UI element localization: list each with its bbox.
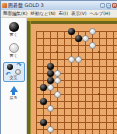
stone-black[interactable] bbox=[47, 77, 54, 84]
undo-label: 戻る bbox=[9, 95, 17, 100]
stone-white[interactable] bbox=[89, 42, 96, 49]
hoshi-point bbox=[98, 93, 100, 95]
black-stone-icon bbox=[9, 22, 19, 32]
grid-line-horizontal bbox=[36, 52, 117, 53]
stone-black[interactable] bbox=[47, 70, 54, 77]
minimize-button[interactable]: – bbox=[100, 3, 105, 8]
stone-white[interactable] bbox=[54, 70, 61, 77]
stone-white[interactable] bbox=[54, 91, 61, 98]
grid-line-horizontal bbox=[36, 94, 117, 95]
place-white-label: 置く bbox=[9, 53, 17, 58]
hoshi-point bbox=[98, 51, 100, 53]
place-black-label: 置く bbox=[9, 32, 17, 37]
maximize-button[interactable]: □ bbox=[106, 3, 111, 8]
grid-line-horizontal bbox=[36, 122, 117, 123]
stone-black[interactable] bbox=[68, 28, 75, 35]
grid-line-vertical bbox=[71, 31, 72, 134]
menu-bar: 盤面編集(K) 移動など(N) 石(I) 表示(V) ヘルプ(H) bbox=[1, 10, 117, 18]
grid-line-vertical bbox=[99, 31, 100, 134]
alternate-turn-button[interactable]: ↷↶ 交互 bbox=[3, 62, 25, 82]
place-black-button[interactable]: 置く bbox=[3, 20, 25, 39]
app-icon bbox=[2, 3, 7, 8]
grid-line-horizontal bbox=[36, 115, 117, 116]
stone-white[interactable] bbox=[89, 28, 96, 35]
stone-black[interactable] bbox=[40, 84, 47, 91]
close-button[interactable]: × bbox=[112, 3, 117, 8]
grid-line-vertical bbox=[64, 31, 65, 134]
stone-white[interactable] bbox=[68, 56, 75, 63]
menu-board-edit[interactable]: 盤面編集(K) bbox=[3, 11, 27, 16]
menu-help[interactable]: ヘルプ(H) bbox=[90, 11, 111, 16]
alternate-turn-label: 交互 bbox=[10, 75, 18, 80]
window-controls: – □ × bbox=[100, 3, 117, 8]
white-stone-icon bbox=[9, 43, 19, 53]
tool-palette: 置く 置く ↷↶ 交互 戻る bbox=[1, 18, 27, 134]
grid-line-vertical bbox=[106, 31, 107, 134]
grid-line-horizontal bbox=[36, 31, 117, 32]
app-window: 囲碁盤 GOLD 3 – □ × 盤面編集(K) 移動など(N) 石(I) 表示… bbox=[0, 0, 117, 134]
stone-white[interactable] bbox=[47, 105, 54, 112]
grid-line-vertical bbox=[36, 31, 37, 134]
stone-white[interactable] bbox=[47, 126, 54, 133]
undo-button[interactable]: 戻る bbox=[3, 84, 25, 102]
grid-line-vertical bbox=[78, 31, 79, 134]
swap-stones-icon: ↷↶ bbox=[7, 64, 21, 75]
grid-line-horizontal bbox=[36, 45, 117, 46]
stone-black[interactable] bbox=[47, 63, 54, 70]
grid-line-horizontal bbox=[36, 101, 117, 102]
stone-black[interactable] bbox=[40, 98, 47, 105]
grid-line-vertical bbox=[113, 31, 114, 134]
stone-black[interactable] bbox=[40, 119, 47, 126]
title-bar[interactable]: 囲碁盤 GOLD 3 – □ × bbox=[1, 1, 117, 10]
grid-line-vertical bbox=[85, 31, 86, 134]
stone-white[interactable] bbox=[47, 84, 54, 91]
hoshi-point bbox=[56, 51, 58, 53]
stone-white[interactable] bbox=[75, 56, 82, 63]
menu-view[interactable]: 表示(V) bbox=[71, 11, 87, 16]
menu-move[interactable]: 移動など(N) bbox=[30, 11, 55, 16]
stone-white[interactable] bbox=[82, 35, 89, 42]
go-board[interactable] bbox=[27, 18, 117, 134]
window-title: 囲碁盤 GOLD 3 bbox=[8, 1, 100, 10]
board-frame-highlight bbox=[27, 18, 117, 21]
stone-white[interactable] bbox=[54, 77, 61, 84]
menu-stone[interactable]: 石(I) bbox=[59, 11, 68, 16]
place-white-button[interactable]: 置く bbox=[3, 41, 25, 60]
stone-black[interactable] bbox=[75, 35, 82, 42]
